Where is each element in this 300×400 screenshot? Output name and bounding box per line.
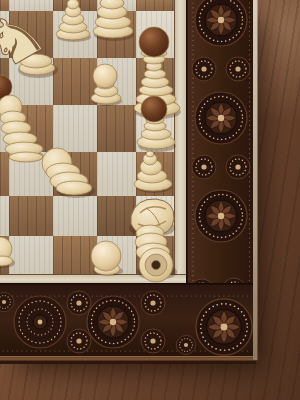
dark-pawn-ball-finial — [141, 96, 167, 122]
photo-scene: ♞ — [0, 0, 300, 400]
carved-border-right — [186, 0, 256, 303]
piece-light-bishop-r4c4[interactable] — [134, 151, 172, 191]
rosette-medallion — [195, 92, 247, 144]
rosette-medallion — [195, 0, 247, 46]
dotted-medallion — [14, 296, 66, 348]
board-art: ♞ — [0, 0, 300, 400]
piece-light-bishop-r1c2[interactable] — [56, 0, 90, 40]
felt-base-recess — [152, 261, 161, 270]
piece-light-bishop-r4c2[interactable] — [42, 148, 92, 195]
piece-light-pawn-r2c3[interactable] — [91, 64, 121, 104]
board-side-edge-highlight — [253, 0, 258, 360]
corner-rosette-medallion — [196, 299, 252, 355]
carved-border-bottom — [0, 283, 257, 361]
rosette-medallion — [195, 190, 247, 242]
piece-light-king-r1c3[interactable] — [93, 0, 133, 38]
piece-light-queen-r3c1[interactable] — [0, 95, 43, 162]
piece-light-pawn-r6c3[interactable] — [91, 241, 121, 275]
piece-light-knight-r2c1[interactable]: ♞ — [0, 0, 58, 85]
rosette-medallion — [87, 296, 139, 348]
piece-light-pawn-r6c0[interactable] — [0, 237, 13, 266]
dark-king-ball-finial — [139, 27, 169, 57]
